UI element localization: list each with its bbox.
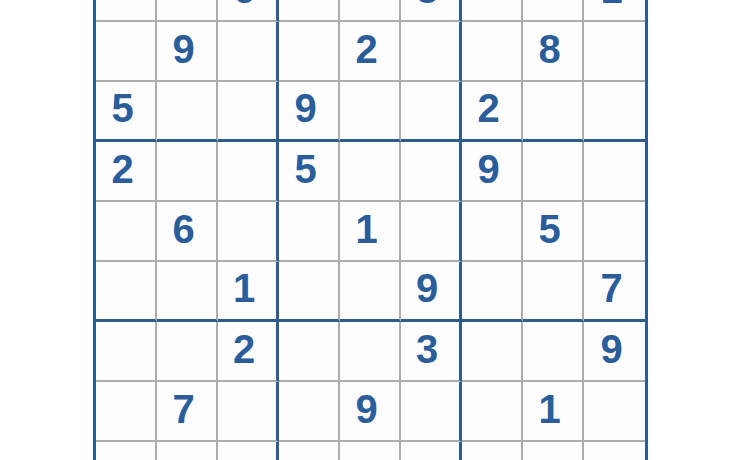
- cell-r1c4[interactable]: [279, 0, 340, 22]
- cell-r4c9[interactable]: [584, 142, 645, 202]
- given-digit: 2: [111, 149, 133, 189]
- cell-r1c9[interactable]: 1: [584, 0, 645, 22]
- given-digit: 6: [233, 0, 255, 9]
- cell-r4c4[interactable]: 5: [279, 142, 340, 202]
- cell-r2c9[interactable]: [584, 22, 645, 82]
- cell-r1c7[interactable]: [462, 0, 523, 22]
- cell-r5c6[interactable]: [401, 202, 462, 262]
- cell-r7c5[interactable]: [340, 322, 401, 382]
- cell-r8c2[interactable]: 7: [157, 382, 218, 442]
- cell-r6c2[interactable]: [157, 262, 218, 322]
- given-digit: 5: [111, 88, 133, 128]
- cell-r2c1[interactable]: [96, 22, 157, 82]
- cell-r2c8[interactable]: 8: [523, 22, 584, 82]
- cell-r7c1[interactable]: [96, 322, 157, 382]
- cell-r1c5[interactable]: [340, 0, 401, 22]
- given-digit: 9: [477, 149, 499, 189]
- cell-r9c6[interactable]: [401, 442, 462, 460]
- cell-r4c2[interactable]: [157, 142, 218, 202]
- cell-r4c5[interactable]: [340, 142, 401, 202]
- cell-r7c8[interactable]: [523, 322, 584, 382]
- given-digit: 9: [294, 88, 316, 128]
- cell-r3c5[interactable]: [340, 82, 401, 142]
- cell-r3c8[interactable]: [523, 82, 584, 142]
- cell-r7c3[interactable]: 2: [218, 322, 279, 382]
- cell-r7c9[interactable]: 9: [584, 322, 645, 382]
- cell-r3c6[interactable]: [401, 82, 462, 142]
- cell-r1c1[interactable]: [96, 0, 157, 22]
- given-digit: 5: [538, 209, 560, 249]
- cell-r5c4[interactable]: [279, 202, 340, 262]
- cell-r3c2[interactable]: [157, 82, 218, 142]
- sudoku-board: 681928592259615197239791: [93, 0, 648, 460]
- given-digit: 9: [416, 268, 438, 308]
- cell-r2c7[interactable]: [462, 22, 523, 82]
- given-digit: 6: [172, 209, 194, 249]
- cell-r8c8[interactable]: 1: [523, 382, 584, 442]
- cell-r5c7[interactable]: [462, 202, 523, 262]
- given-digit: 9: [355, 389, 377, 429]
- given-digit: 9: [600, 329, 622, 369]
- cell-r8c3[interactable]: [218, 382, 279, 442]
- cell-r1c3[interactable]: 6: [218, 0, 279, 22]
- given-digit: 1: [538, 389, 560, 429]
- cell-r5c2[interactable]: 6: [157, 202, 218, 262]
- cell-r3c7[interactable]: 2: [462, 82, 523, 142]
- cell-r6c8[interactable]: [523, 262, 584, 322]
- cell-r3c4[interactable]: 9: [279, 82, 340, 142]
- cell-r2c5[interactable]: 2: [340, 22, 401, 82]
- cell-r8c5[interactable]: 9: [340, 382, 401, 442]
- cell-r4c1[interactable]: 2: [96, 142, 157, 202]
- cell-r6c7[interactable]: [462, 262, 523, 322]
- cell-r8c7[interactable]: [462, 382, 523, 442]
- cell-r2c2[interactable]: 9: [157, 22, 218, 82]
- given-digit: 9: [172, 29, 194, 69]
- cell-r7c4[interactable]: [279, 322, 340, 382]
- cell-r6c3[interactable]: 1: [218, 262, 279, 322]
- cell-r4c7[interactable]: 9: [462, 142, 523, 202]
- cell-r9c9[interactable]: [584, 442, 645, 460]
- given-digit: 3: [416, 329, 438, 369]
- cell-r7c6[interactable]: 3: [401, 322, 462, 382]
- cell-r3c9[interactable]: [584, 82, 645, 142]
- cell-r2c6[interactable]: [401, 22, 462, 82]
- cell-r9c4[interactable]: [279, 442, 340, 460]
- cell-r4c8[interactable]: [523, 142, 584, 202]
- given-digit: 8: [538, 29, 560, 69]
- cell-r4c3[interactable]: [218, 142, 279, 202]
- cell-r7c2[interactable]: [157, 322, 218, 382]
- cell-r6c1[interactable]: [96, 262, 157, 322]
- given-digit: 7: [172, 389, 194, 429]
- cell-r6c9[interactable]: 7: [584, 262, 645, 322]
- cell-r8c1[interactable]: [96, 382, 157, 442]
- cell-r7c7[interactable]: [462, 322, 523, 382]
- cell-r1c6[interactable]: 8: [401, 0, 462, 22]
- given-digit: 1: [355, 209, 377, 249]
- given-digit: 2: [477, 88, 499, 128]
- cell-r6c6[interactable]: 9: [401, 262, 462, 322]
- cell-r2c3[interactable]: [218, 22, 279, 82]
- cell-r5c5[interactable]: 1: [340, 202, 401, 262]
- cell-r6c4[interactable]: [279, 262, 340, 322]
- cell-r5c3[interactable]: [218, 202, 279, 262]
- given-digit: 2: [355, 29, 377, 69]
- given-digit: 7: [600, 268, 622, 308]
- cell-r5c9[interactable]: [584, 202, 645, 262]
- given-digit: 5: [294, 149, 316, 189]
- cell-r9c3[interactable]: [218, 442, 279, 460]
- cell-r9c7[interactable]: [462, 442, 523, 460]
- given-digit: 1: [600, 0, 622, 9]
- given-digit: 2: [233, 329, 255, 369]
- cell-r5c1[interactable]: [96, 202, 157, 262]
- cell-r9c8[interactable]: [523, 442, 584, 460]
- cell-r1c8[interactable]: [523, 0, 584, 22]
- cell-r8c6[interactable]: [401, 382, 462, 442]
- cell-r9c1[interactable]: [96, 442, 157, 460]
- cell-r4c6[interactable]: [401, 142, 462, 202]
- cell-r9c5[interactable]: [340, 442, 401, 460]
- given-digit: 8: [416, 0, 438, 9]
- cell-r5c8[interactable]: 5: [523, 202, 584, 262]
- cell-r8c4[interactable]: [279, 382, 340, 442]
- cell-r3c1[interactable]: 5: [96, 82, 157, 142]
- sudoku-page: 681928592259615197239791: [0, 0, 736, 460]
- given-digit: 1: [233, 268, 255, 308]
- cell-r6c5[interactable]: [340, 262, 401, 322]
- cell-r2c4[interactable]: [279, 22, 340, 82]
- cell-r1c2[interactable]: [157, 0, 218, 22]
- cell-r9c2[interactable]: [157, 442, 218, 460]
- cell-r8c9[interactable]: [584, 382, 645, 442]
- cell-r3c3[interactable]: [218, 82, 279, 142]
